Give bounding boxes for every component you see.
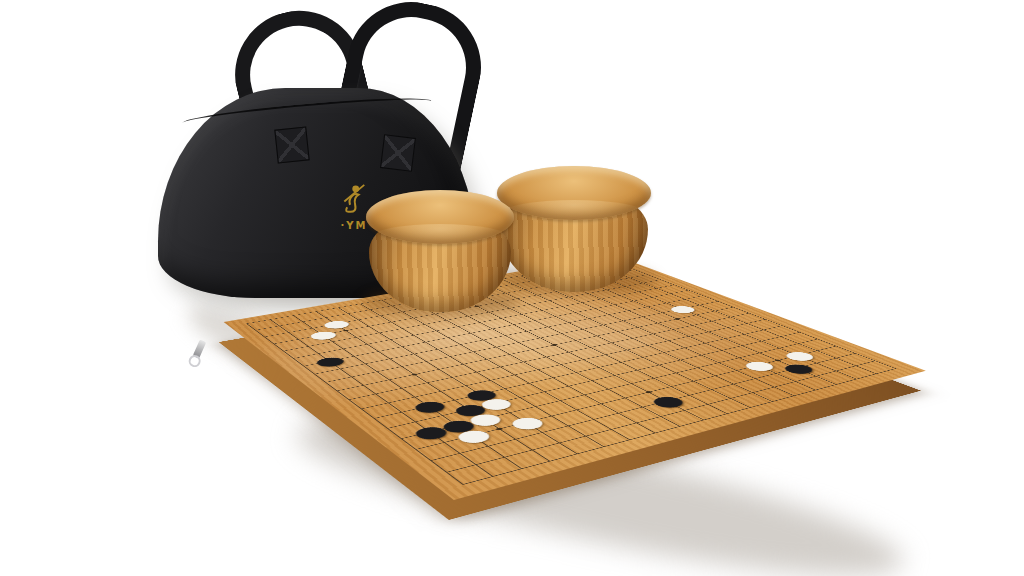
handle-patch-stitch-icon — [274, 126, 309, 163]
monkey-with-staff-icon — [339, 199, 369, 218]
go-stone-bowl-left — [366, 190, 514, 312]
go-stone-bowl-right — [497, 166, 651, 292]
product-photo-scene: ·YM ●●●●●●●●●●●●●●●●● — [0, 0, 1024, 576]
black-stone: ● — [311, 355, 347, 368]
handle-patch-stitch-icon — [380, 134, 416, 172]
zipper-pull-icon — [193, 339, 207, 358]
white-stone: ● — [305, 329, 339, 340]
bowl-rim-highlight — [372, 224, 508, 250]
zipper-seam — [182, 93, 432, 131]
bowl-rim-highlight — [503, 200, 645, 226]
